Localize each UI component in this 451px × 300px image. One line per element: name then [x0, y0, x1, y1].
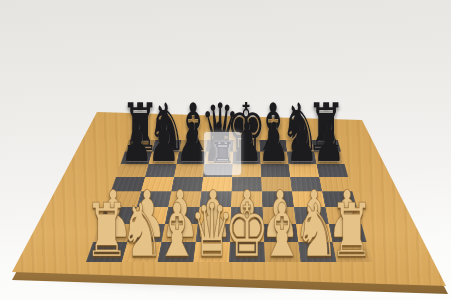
square-d2[interactable] — [196, 224, 231, 242]
square-d4[interactable] — [200, 191, 232, 206]
square-b4[interactable] — [137, 191, 171, 206]
square-e2[interactable] — [230, 224, 264, 242]
square-c5[interactable] — [171, 177, 203, 191]
square-c4[interactable] — [168, 191, 201, 206]
square-g4[interactable] — [292, 191, 325, 206]
square-g6[interactable] — [288, 164, 319, 177]
square-h4[interactable] — [322, 191, 357, 206]
square-a1[interactable] — [86, 242, 127, 262]
square-g8[interactable] — [286, 140, 314, 152]
chess-photo-canvas: ♜♞♝♛♚♝♞♜♟♟♟♟♟♟♟♟♟♟♟♟♟♟♟♟♜♞♝♛♚♝♞♜ ♜ — [0, 0, 451, 300]
square-g7[interactable] — [287, 152, 317, 164]
square-a2[interactable] — [93, 224, 132, 242]
square-h6[interactable] — [316, 164, 348, 177]
square-e5[interactable] — [232, 177, 262, 191]
square-a3[interactable] — [99, 207, 136, 224]
square-f8[interactable] — [259, 140, 287, 152]
square-b7[interactable] — [149, 152, 179, 164]
square-a6[interactable] — [116, 164, 149, 177]
square-a5[interactable] — [111, 177, 145, 191]
square-d5[interactable] — [201, 177, 232, 191]
square-f3[interactable] — [262, 207, 296, 224]
square-c3[interactable] — [165, 207, 200, 224]
square-f2[interactable] — [263, 224, 298, 242]
square-g1[interactable] — [298, 242, 336, 262]
square-f6[interactable] — [261, 164, 291, 177]
square-g2[interactable] — [296, 224, 332, 242]
square-a7[interactable] — [121, 152, 152, 164]
square-c8[interactable] — [179, 140, 207, 152]
square-b2[interactable] — [127, 224, 165, 242]
square-e4[interactable] — [231, 191, 262, 206]
square-b8[interactable] — [152, 140, 181, 152]
square-b6[interactable] — [145, 164, 177, 177]
square-f1[interactable] — [264, 242, 301, 262]
square-f5[interactable] — [261, 177, 292, 191]
square-f7[interactable] — [260, 152, 289, 164]
square-d1[interactable] — [193, 242, 229, 262]
square-g3[interactable] — [294, 207, 329, 224]
square-h1[interactable] — [332, 242, 372, 262]
square-c7[interactable] — [177, 152, 206, 164]
square-g5[interactable] — [290, 177, 322, 191]
square-f4[interactable] — [262, 191, 294, 206]
square-d3[interactable] — [198, 207, 231, 224]
square-b5[interactable] — [141, 177, 174, 191]
square-b3[interactable] — [132, 207, 168, 224]
square-a4[interactable] — [105, 191, 141, 206]
watermark-piece-icon: ♜ — [210, 139, 236, 168]
square-e1[interactable] — [229, 242, 265, 262]
square-c1[interactable] — [158, 242, 196, 262]
square-h5[interactable] — [319, 177, 352, 191]
photo-watermark: ♜ — [204, 132, 241, 175]
square-h2[interactable] — [329, 224, 367, 242]
square-h7[interactable] — [314, 152, 345, 164]
square-h3[interactable] — [325, 207, 361, 224]
square-b1[interactable] — [122, 242, 162, 262]
square-c6[interactable] — [174, 164, 205, 177]
square-h8[interactable] — [312, 140, 341, 152]
square-c2[interactable] — [161, 224, 197, 242]
square-e3[interactable] — [230, 207, 263, 224]
square-a8[interactable] — [125, 140, 155, 152]
